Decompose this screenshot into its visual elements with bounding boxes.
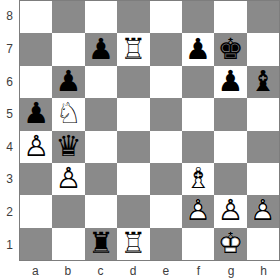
square-b7[interactable] [52, 33, 84, 65]
square-f7[interactable]: ♟︎ [182, 33, 214, 65]
black-piece-glyph: ♟︎ [214, 67, 246, 96]
square-g2[interactable]: ♟︎♙ [214, 195, 246, 227]
square-g7[interactable]: ♚ [214, 33, 246, 65]
black-piece-glyph: ♟︎ [20, 99, 52, 128]
black-king-g7[interactable]: ♚ [214, 33, 246, 65]
square-f5[interactable] [182, 98, 214, 130]
white-piece-outline: ♙ [247, 196, 279, 225]
white-piece-outline: ♖ [117, 34, 149, 63]
square-b4[interactable]: ♛ [52, 131, 84, 163]
square-c1[interactable]: ♜ [85, 228, 117, 260]
square-g8[interactable] [214, 1, 246, 33]
square-a5[interactable]: ♟︎ [20, 98, 52, 130]
square-h2[interactable]: ♟︎♙ [247, 195, 279, 227]
square-b3[interactable]: ♟︎♙ [52, 163, 84, 195]
square-e8[interactable] [150, 1, 182, 33]
white-rook-d1[interactable]: ♜♖ [117, 228, 149, 260]
file-label-e: e [150, 261, 183, 280]
square-a1[interactable] [20, 228, 52, 260]
square-c2[interactable] [85, 195, 117, 227]
square-d1[interactable]: ♜♖ [117, 228, 149, 260]
square-d2[interactable] [117, 195, 149, 227]
white-piece-outline: ♘ [52, 99, 84, 128]
white-piece-outline: ♙ [20, 132, 52, 161]
white-pawn-a4[interactable]: ♟︎♙ [20, 131, 52, 163]
chessboard[interactable]: ♟︎♜♖♟︎♚♟︎♟︎♝♟︎♞♘♟︎♙♛♟︎♙♝♗♟︎♙♟︎♙♟︎♙♜♜♖♚♔ [19, 0, 280, 261]
rank-label-6: 6 [0, 65, 19, 98]
square-f1[interactable] [182, 228, 214, 260]
rank-label-8: 8 [0, 0, 19, 33]
rank-label-1: 1 [0, 228, 19, 261]
square-d8[interactable] [117, 1, 149, 33]
square-e1[interactable] [150, 228, 182, 260]
black-piece-glyph: ♟︎ [52, 67, 84, 96]
square-f3[interactable]: ♝♗ [182, 163, 214, 195]
file-label-c: c [84, 261, 117, 280]
square-f6[interactable] [182, 66, 214, 98]
black-piece-glyph: ♟︎ [85, 34, 117, 63]
black-queen-b4[interactable]: ♛ [52, 131, 84, 163]
black-piece-glyph: ♜ [85, 229, 117, 258]
rank-label-3: 3 [0, 163, 19, 196]
file-label-f: f [182, 261, 215, 280]
square-e7[interactable] [150, 33, 182, 65]
rank-label-7: 7 [0, 33, 19, 66]
black-pawn-c7[interactable]: ♟︎ [85, 33, 117, 65]
square-h7[interactable] [247, 33, 279, 65]
square-a7[interactable] [20, 33, 52, 65]
square-c8[interactable] [85, 1, 117, 33]
file-label-a: a [19, 261, 52, 280]
square-g6[interactable]: ♟︎ [214, 66, 246, 98]
square-a8[interactable] [20, 1, 52, 33]
black-pawn-b6[interactable]: ♟︎ [52, 66, 84, 98]
square-h5[interactable] [247, 98, 279, 130]
black-rook-c1[interactable]: ♜ [85, 228, 117, 260]
black-bishop-h6[interactable]: ♝ [247, 66, 279, 98]
square-a4[interactable]: ♟︎♙ [20, 131, 52, 163]
square-g4[interactable] [214, 131, 246, 163]
white-pawn-b3[interactable]: ♟︎♙ [52, 163, 84, 195]
rank-label-4: 4 [0, 131, 19, 164]
square-d4[interactable] [117, 131, 149, 163]
square-f8[interactable] [182, 1, 214, 33]
corner-spacer [0, 261, 19, 280]
square-h3[interactable] [247, 163, 279, 195]
black-pawn-f7[interactable]: ♟︎ [182, 33, 214, 65]
chess-diagram: 87654321 ♟︎♜♖♟︎♚♟︎♟︎♝♟︎♞♘♟︎♙♛♟︎♙♝♗♟︎♙♟︎♙… [0, 0, 280, 280]
square-d7[interactable]: ♜♖ [117, 33, 149, 65]
white-piece-outline: ♙ [214, 196, 246, 225]
square-c3[interactable] [85, 163, 117, 195]
square-h6[interactable]: ♝ [247, 66, 279, 98]
rank-labels: 87654321 [0, 0, 19, 261]
file-label-h: h [247, 261, 280, 280]
white-piece-outline: ♔ [214, 229, 246, 258]
white-pawn-g2[interactable]: ♟︎♙ [214, 195, 246, 227]
white-piece-outline: ♖ [117, 229, 149, 258]
white-pawn-f2[interactable]: ♟︎♙ [182, 195, 214, 227]
square-f2[interactable]: ♟︎♙ [182, 195, 214, 227]
file-labels: abcdefgh [19, 261, 280, 280]
square-h1[interactable] [247, 228, 279, 260]
square-e6[interactable] [150, 66, 182, 98]
white-pawn-h2[interactable]: ♟︎♙ [247, 195, 279, 227]
file-label-g: g [215, 261, 248, 280]
square-c6[interactable] [85, 66, 117, 98]
square-a2[interactable] [20, 195, 52, 227]
square-b6[interactable]: ♟︎ [52, 66, 84, 98]
white-piece-outline: ♙ [182, 196, 214, 225]
square-d6[interactable] [117, 66, 149, 98]
square-g5[interactable] [214, 98, 246, 130]
white-bishop-f3[interactable]: ♝♗ [182, 163, 214, 195]
white-knight-b5[interactable]: ♞♘ [52, 98, 84, 130]
square-h8[interactable] [247, 1, 279, 33]
square-h4[interactable] [247, 131, 279, 163]
square-e2[interactable] [150, 195, 182, 227]
rank-label-2: 2 [0, 196, 19, 229]
square-a6[interactable] [20, 66, 52, 98]
rank-label-5: 5 [0, 98, 19, 131]
square-b2[interactable] [52, 195, 84, 227]
black-pawn-a5[interactable]: ♟︎ [20, 98, 52, 130]
square-b1[interactable] [52, 228, 84, 260]
white-rook-d7[interactable]: ♜♖ [117, 33, 149, 65]
square-b5[interactable]: ♞♘ [52, 98, 84, 130]
black-piece-glyph: ♛ [52, 132, 84, 161]
square-c7[interactable]: ♟︎ [85, 33, 117, 65]
square-b8[interactable] [52, 1, 84, 33]
square-g3[interactable] [214, 163, 246, 195]
square-g1[interactable]: ♚♔ [214, 228, 246, 260]
file-label-b: b [52, 261, 85, 280]
square-c5[interactable] [85, 98, 117, 130]
square-d5[interactable] [117, 98, 149, 130]
white-piece-outline: ♙ [52, 164, 84, 193]
square-e5[interactable] [150, 98, 182, 130]
white-king-g1[interactable]: ♚♔ [214, 228, 246, 260]
square-d3[interactable] [117, 163, 149, 195]
white-piece-outline: ♗ [182, 164, 214, 193]
black-piece-glyph: ♟︎ [182, 34, 214, 63]
square-e4[interactable] [150, 131, 182, 163]
black-piece-glyph: ♚ [214, 34, 246, 63]
file-label-d: d [117, 261, 150, 280]
square-e3[interactable] [150, 163, 182, 195]
black-pawn-g6[interactable]: ♟︎ [214, 66, 246, 98]
black-piece-glyph: ♝ [247, 67, 279, 96]
square-c4[interactable] [85, 131, 117, 163]
square-a3[interactable] [20, 163, 52, 195]
square-f4[interactable] [182, 131, 214, 163]
